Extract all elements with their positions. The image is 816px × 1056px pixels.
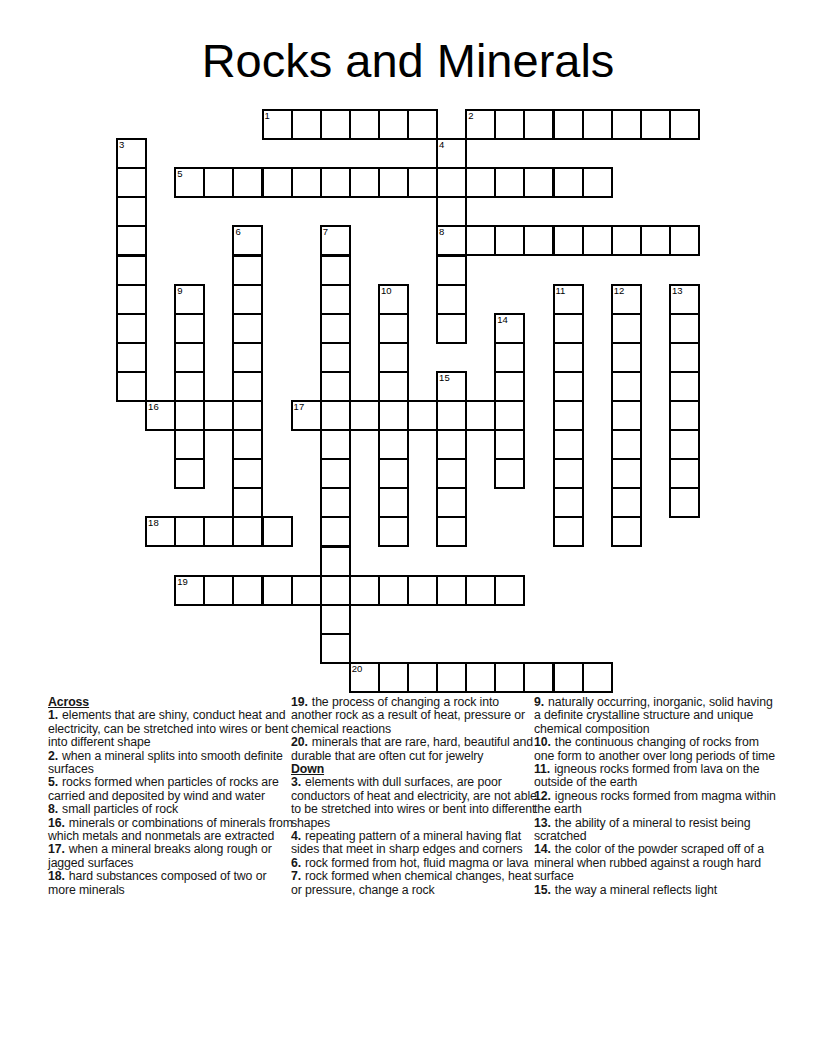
- grid-cell[interactable]: [436, 284, 467, 315]
- clues-column-right: 9naturally occurring, inorganic, solid h…: [534, 696, 778, 897]
- grid-cell[interactable]: 10: [378, 284, 409, 315]
- grid-cell[interactable]: [174, 400, 205, 431]
- clue-text: igneous rocks formed from lava on the ou…: [534, 762, 760, 789]
- grid-cell[interactable]: [436, 400, 467, 431]
- grid-cell[interactable]: [174, 516, 205, 547]
- grid-cell[interactable]: [465, 225, 496, 256]
- grid-cell[interactable]: [669, 487, 700, 518]
- grid-cell[interactable]: [320, 458, 351, 489]
- grid-cell[interactable]: [523, 167, 554, 198]
- crossword-grid: 1234567891011121314151617181920: [0, 0, 816, 700]
- across-header: Across: [48, 696, 294, 709]
- cell-number: 16: [148, 401, 159, 412]
- grid-cell[interactable]: 13: [669, 284, 700, 315]
- clues-column-left: Across1elements that are shiny, conduct …: [48, 696, 294, 897]
- grid-cell[interactable]: [611, 225, 642, 256]
- grid-cell[interactable]: [669, 109, 700, 140]
- clue-item-down-15: 15the way a mineral reflects light: [534, 884, 778, 897]
- grid-cell[interactable]: [669, 400, 700, 431]
- grid-cell[interactable]: [553, 371, 584, 402]
- grid-cell[interactable]: [291, 575, 322, 606]
- grid-cell[interactable]: 20: [349, 662, 380, 693]
- grid-cell[interactable]: 7: [320, 225, 351, 256]
- clue-item-across-8: 8small particles of rock: [48, 803, 294, 816]
- grid-cell[interactable]: [494, 662, 525, 693]
- clues-column-middle: 19the process of changing a rock into an…: [291, 696, 537, 897]
- grid-cell[interactable]: [232, 487, 263, 518]
- cell-number: 6: [235, 226, 240, 237]
- grid-cell[interactable]: 12: [611, 284, 642, 315]
- grid-cell[interactable]: [611, 458, 642, 489]
- grid-cell[interactable]: [553, 109, 584, 140]
- grid-cell[interactable]: [232, 284, 263, 315]
- grid-cell[interactable]: [174, 342, 205, 373]
- grid-cell[interactable]: [232, 575, 263, 606]
- grid-cell[interactable]: [436, 167, 467, 198]
- clue-number: 3: [291, 775, 305, 789]
- clue-item-down-13: 13the ability of a mineral to resist bei…: [534, 817, 778, 844]
- clue-text: the color of the powder scraped off of a…: [534, 842, 764, 883]
- grid-cell[interactable]: [553, 662, 584, 693]
- cell-number: 12: [614, 285, 625, 296]
- grid-cell[interactable]: 18: [145, 516, 176, 547]
- grid-cell[interactable]: [436, 575, 467, 606]
- clue-item-across-18: 18hard substances composed of two or mor…: [48, 870, 294, 897]
- clue-number: 5: [48, 775, 62, 789]
- cell-number: 7: [323, 226, 328, 237]
- clue-number: 8: [48, 802, 62, 816]
- clue-item-across-17: 17when a mineral breaks along rough or j…: [48, 843, 294, 870]
- cell-number: 3: [119, 139, 124, 150]
- grid-cell[interactable]: [116, 255, 147, 286]
- cell-number: 2: [468, 110, 473, 121]
- cell-number: 19: [177, 576, 188, 587]
- clue-number: 6: [291, 856, 305, 870]
- grid-cell[interactable]: [232, 458, 263, 489]
- grid-cell[interactable]: [116, 196, 147, 227]
- clue-number: 18: [48, 869, 69, 883]
- grid-cell[interactable]: [232, 400, 263, 431]
- grid-cell[interactable]: [436, 487, 467, 518]
- grid-cell[interactable]: [174, 429, 205, 460]
- grid-cell[interactable]: [203, 400, 234, 431]
- clue-text: rock formed from hot, fluid magma or lav…: [305, 856, 528, 870]
- cell-number: 14: [497, 314, 508, 325]
- grid-cell[interactable]: [407, 109, 438, 140]
- grid-cell[interactable]: [378, 662, 409, 693]
- clue-number: 17: [48, 842, 69, 856]
- grid-cell[interactable]: [116, 371, 147, 402]
- clue-number: 15: [534, 883, 555, 897]
- clue-number: 12: [534, 789, 555, 803]
- grid-cell[interactable]: [465, 662, 496, 693]
- grid-cell[interactable]: 3: [116, 138, 147, 169]
- clue-text: elements with dull surfaces, are poor co…: [291, 775, 537, 829]
- grid-cell[interactable]: [174, 458, 205, 489]
- clue-item-down-14: 14the color of the powder scraped off of…: [534, 843, 778, 883]
- clue-item-across-19: 19the process of changing a rock into an…: [291, 696, 537, 736]
- grid-cell[interactable]: [611, 313, 642, 344]
- grid-cell[interactable]: [611, 400, 642, 431]
- grid-cell[interactable]: [378, 109, 409, 140]
- clue-number: 14: [534, 842, 555, 856]
- grid-cell[interactable]: [378, 487, 409, 518]
- grid-cell[interactable]: [553, 313, 584, 344]
- clue-text: the continuous changing of rocks from on…: [534, 735, 775, 762]
- grid-cell[interactable]: 2: [465, 109, 496, 140]
- grid-cell[interactable]: [553, 400, 584, 431]
- grid-cell[interactable]: [320, 109, 351, 140]
- cell-number: 11: [556, 285, 566, 296]
- grid-cell[interactable]: [262, 516, 293, 547]
- grid-cell[interactable]: [116, 284, 147, 315]
- grid-cell[interactable]: [320, 516, 351, 547]
- clue-text: the process of changing a rock into anot…: [291, 695, 525, 736]
- grid-cell[interactable]: [203, 516, 234, 547]
- clue-item-across-20: 20minerals that are rare, hard, beautifu…: [291, 736, 537, 763]
- grid-cell[interactable]: [494, 109, 525, 140]
- grid-cell[interactable]: [116, 313, 147, 344]
- cell-number: 1: [265, 110, 270, 121]
- clue-text: small particles of rock: [62, 802, 178, 816]
- grid-cell[interactable]: [320, 167, 351, 198]
- grid-cell[interactable]: [174, 371, 205, 402]
- grid-cell[interactable]: [407, 575, 438, 606]
- clue-number: 9: [534, 695, 548, 709]
- grid-cell[interactable]: [232, 313, 263, 344]
- grid-cell[interactable]: [378, 342, 409, 373]
- grid-cell[interactable]: [465, 167, 496, 198]
- clue-text: rock formed when chemical changes, heat …: [291, 869, 532, 896]
- grid-cell[interactable]: [582, 225, 613, 256]
- grid-cell[interactable]: [116, 342, 147, 373]
- grid-cell[interactable]: [523, 225, 554, 256]
- clue-item-down-3: 3elements with dull surfaces, are poor c…: [291, 776, 537, 830]
- grid-cell[interactable]: [320, 313, 351, 344]
- grid-cell[interactable]: [436, 255, 467, 286]
- grid-cell[interactable]: [494, 225, 525, 256]
- clue-number: 16: [48, 816, 69, 830]
- grid-cell[interactable]: 14: [494, 313, 525, 344]
- grid-cell[interactable]: [523, 109, 554, 140]
- grid-cell[interactable]: [116, 167, 147, 198]
- grid-cell[interactable]: [378, 429, 409, 460]
- grid-cell[interactable]: [494, 167, 525, 198]
- grid-cell[interactable]: [553, 342, 584, 373]
- grid-cell[interactable]: [553, 487, 584, 518]
- down-header: Down: [291, 763, 537, 776]
- grid-cell[interactable]: [436, 429, 467, 460]
- grid-cell[interactable]: [378, 458, 409, 489]
- cell-number: 5: [177, 168, 182, 179]
- grid-cell[interactable]: [262, 575, 293, 606]
- grid-cell[interactable]: [436, 458, 467, 489]
- cell-number: 15: [439, 372, 450, 383]
- grid-cell[interactable]: [320, 546, 351, 577]
- grid-cell[interactable]: 9: [174, 284, 205, 315]
- grid-cell[interactable]: [232, 516, 263, 547]
- cell-number: 9: [177, 285, 182, 296]
- cell-number: 8: [439, 226, 444, 237]
- grid-cell[interactable]: [611, 516, 642, 547]
- grid-cell[interactable]: [320, 633, 351, 664]
- grid-cell[interactable]: [494, 342, 525, 373]
- grid-cell[interactable]: [611, 342, 642, 373]
- clue-item-down-9: 9naturally occurring, inorganic, solid h…: [534, 696, 778, 736]
- grid-cell[interactable]: 6: [232, 225, 263, 256]
- grid-cell[interactable]: [203, 167, 234, 198]
- grid-cell[interactable]: [669, 371, 700, 402]
- grid-cell[interactable]: [349, 167, 380, 198]
- grid-cell[interactable]: [582, 109, 613, 140]
- clue-item-down-6: 6rock formed from hot, fluid magma or la…: [291, 857, 537, 870]
- clue-text: hard substances composed of two or more …: [48, 869, 266, 896]
- grid-cell[interactable]: [320, 371, 351, 402]
- grid-cell[interactable]: 1: [262, 109, 293, 140]
- grid-cell[interactable]: 8: [436, 225, 467, 256]
- grid-cell[interactable]: [407, 167, 438, 198]
- grid-cell[interactable]: [611, 487, 642, 518]
- grid-cell[interactable]: [320, 400, 351, 431]
- clue-text: when a mineral splits into smooth defini…: [48, 749, 283, 776]
- cell-number: 4: [439, 139, 444, 150]
- clue-text: minerals or combinations of minerals fro…: [48, 816, 293, 843]
- grid-cell[interactable]: [320, 429, 351, 460]
- cell-number: 18: [148, 517, 159, 528]
- grid-cell[interactable]: [640, 225, 671, 256]
- clue-text: repeating pattern of a mineral having fl…: [291, 829, 523, 856]
- grid-cell[interactable]: [320, 342, 351, 373]
- clue-item-across-5: 5rocks formed when particles of rocks ar…: [48, 776, 294, 803]
- clue-text: elements that are shiny, conduct heat an…: [48, 708, 288, 749]
- grid-cell[interactable]: [494, 429, 525, 460]
- clue-item-across-16: 16minerals or combinations of minerals f…: [48, 817, 294, 844]
- grid-cell[interactable]: [436, 313, 467, 344]
- grid-cell[interactable]: [320, 487, 351, 518]
- clue-item-across-2: 2when a mineral splits into smooth defin…: [48, 750, 294, 777]
- cell-number: 10: [381, 285, 392, 296]
- clue-number: 19: [291, 695, 312, 709]
- grid-cell[interactable]: [407, 662, 438, 693]
- grid-cell[interactable]: [465, 400, 496, 431]
- grid-cell[interactable]: [262, 167, 293, 198]
- clue-number: 2: [48, 749, 62, 763]
- clue-item-down-4: 4repeating pattern of a mineral having f…: [291, 830, 537, 857]
- clue-text: when a mineral breaks along rough or jag…: [48, 842, 272, 869]
- grid-cell[interactable]: [378, 400, 409, 431]
- cell-number: 17: [294, 401, 305, 412]
- grid-cell[interactable]: [494, 371, 525, 402]
- grid-cell[interactable]: [407, 400, 438, 431]
- grid-cell[interactable]: [436, 662, 467, 693]
- grid-cell[interactable]: [378, 516, 409, 547]
- grid-cell[interactable]: [320, 575, 351, 606]
- grid-cell[interactable]: 4: [436, 138, 467, 169]
- grid-cell[interactable]: [291, 167, 322, 198]
- clue-item-down-7: 7rock formed when chemical changes, heat…: [291, 870, 537, 897]
- clue-number: 13: [534, 816, 555, 830]
- grid-cell[interactable]: [553, 429, 584, 460]
- grid-cell[interactable]: [320, 604, 351, 635]
- clue-text: naturally occurring, inorganic, solid ha…: [534, 695, 773, 736]
- clue-number: 4: [291, 829, 305, 843]
- grid-cell[interactable]: [378, 575, 409, 606]
- grid-cell[interactable]: [291, 109, 322, 140]
- grid-cell[interactable]: [232, 371, 263, 402]
- grid-cell[interactable]: [378, 371, 409, 402]
- grid-cell[interactable]: [582, 662, 613, 693]
- clue-item-down-12: 12igneous rocks formed from magma within…: [534, 790, 778, 817]
- grid-cell[interactable]: [232, 342, 263, 373]
- grid-cell[interactable]: [349, 400, 380, 431]
- clue-item-across-1: 1elements that are shiny, conduct heat a…: [48, 709, 294, 749]
- grid-cell[interactable]: [553, 225, 584, 256]
- grid-cell[interactable]: [232, 167, 263, 198]
- grid-cell[interactable]: [553, 167, 584, 198]
- grid-cell[interactable]: [378, 167, 409, 198]
- grid-cell[interactable]: 5: [174, 167, 205, 198]
- grid-cell[interactable]: [553, 516, 584, 547]
- grid-cell[interactable]: [232, 429, 263, 460]
- grid-cell[interactable]: [436, 516, 467, 547]
- grid-cell[interactable]: [553, 458, 584, 489]
- clue-item-down-10: 10the continuous changing of rocks from …: [534, 736, 778, 763]
- clue-text: the ability of a mineral to resist being…: [534, 816, 750, 843]
- clue-number: 10: [534, 735, 555, 749]
- grid-cell[interactable]: 16: [145, 400, 176, 431]
- grid-cell[interactable]: 11: [553, 284, 584, 315]
- clue-text: minerals that are rare, hard, beautiful …: [291, 735, 533, 762]
- cell-number: 13: [672, 285, 683, 296]
- grid-cell[interactable]: [378, 313, 409, 344]
- grid-cell[interactable]: [611, 371, 642, 402]
- grid-cell[interactable]: [494, 575, 525, 606]
- cell-number: 20: [352, 663, 363, 674]
- worksheet-page: Rocks and Minerals 123456789101112131415…: [0, 0, 816, 1056]
- grid-cell[interactable]: [349, 109, 380, 140]
- grid-cell[interactable]: [174, 313, 205, 344]
- grid-cell[interactable]: [611, 429, 642, 460]
- grid-cell[interactable]: [494, 400, 525, 431]
- grid-cell[interactable]: [640, 109, 671, 140]
- clue-text: the way a mineral reflects light: [555, 883, 717, 897]
- grid-cell[interactable]: [494, 458, 525, 489]
- grid-cell[interactable]: [669, 429, 700, 460]
- grid-cell[interactable]: 19: [174, 575, 205, 606]
- grid-cell[interactable]: [669, 342, 700, 373]
- grid-cell[interactable]: [523, 662, 554, 693]
- grid-cell[interactable]: [669, 225, 700, 256]
- grid-cell[interactable]: [669, 313, 700, 344]
- grid-cell[interactable]: [582, 167, 613, 198]
- grid-cell[interactable]: [320, 255, 351, 286]
- grid-cell[interactable]: 15: [436, 371, 467, 402]
- grid-cell[interactable]: [232, 255, 263, 286]
- grid-cell[interactable]: 17: [291, 400, 322, 431]
- grid-cell[interactable]: [116, 225, 147, 256]
- grid-cell[interactable]: [320, 284, 351, 315]
- clue-text: igneous rocks formed from magma within t…: [534, 789, 776, 816]
- grid-cell[interactable]: [203, 575, 234, 606]
- grid-cell[interactable]: [465, 575, 496, 606]
- clue-number: 11: [534, 762, 554, 776]
- grid-cell[interactable]: [349, 575, 380, 606]
- clue-number: 20: [291, 735, 312, 749]
- clue-text: rocks formed when particles of rocks are…: [48, 775, 279, 802]
- grid-cell[interactable]: [611, 109, 642, 140]
- clue-number: 7: [291, 869, 305, 883]
- clue-number: 1: [48, 708, 62, 722]
- grid-cell[interactable]: [436, 196, 467, 227]
- clue-item-down-11: 11igneous rocks formed from lava on the …: [534, 763, 778, 790]
- grid-cell[interactable]: [669, 458, 700, 489]
